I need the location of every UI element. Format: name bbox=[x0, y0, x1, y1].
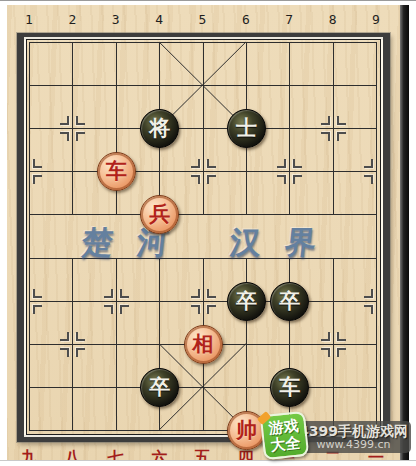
point-mark bbox=[120, 305, 129, 314]
grid-line bbox=[376, 42, 377, 430]
point-mark bbox=[293, 159, 302, 168]
top-edge-line bbox=[0, 0, 416, 1]
point-mark bbox=[207, 159, 216, 168]
point-mark bbox=[337, 332, 346, 341]
file-label-top-2: 2 bbox=[62, 12, 82, 27]
watermark-logo: 游戏 大全 bbox=[260, 411, 309, 460]
point-mark bbox=[277, 175, 286, 184]
point-mark bbox=[337, 348, 346, 357]
point-mark bbox=[76, 116, 85, 125]
piece-black-chariot[interactable]: 车 bbox=[270, 368, 309, 407]
point-mark bbox=[191, 305, 200, 314]
point-mark bbox=[364, 159, 373, 168]
xiangqi-puzzle-screenshot: 楚河 汉界 123456789 九八七六五四三二一 将士车兵卒卒相卒车帅 439… bbox=[0, 0, 416, 466]
board-side-edge bbox=[400, 5, 409, 461]
piece-black-advisor[interactable]: 士 bbox=[227, 109, 266, 148]
point-mark bbox=[191, 175, 200, 184]
file-label-top-7: 7 bbox=[279, 12, 299, 27]
point-mark bbox=[207, 175, 216, 184]
grid-line bbox=[29, 42, 30, 430]
point-mark bbox=[60, 332, 69, 341]
point-mark bbox=[207, 289, 216, 298]
file-label-top-4: 4 bbox=[149, 12, 169, 27]
point-mark bbox=[337, 116, 346, 125]
point-mark bbox=[60, 132, 69, 141]
point-mark bbox=[321, 116, 330, 125]
board-wood-panel: 楚河 汉界 123456789 九八七六五四三二一 将士车兵卒卒相卒车帅 bbox=[7, 5, 400, 461]
watermark-banner: 4399手机游戏网 www.4399.cn bbox=[296, 421, 411, 453]
grid-line bbox=[289, 42, 290, 214]
point-mark bbox=[120, 289, 129, 298]
point-mark bbox=[321, 348, 330, 357]
point-mark bbox=[60, 116, 69, 125]
point-mark bbox=[104, 289, 113, 298]
watermark-site-url: www.4399.cn bbox=[317, 439, 391, 451]
grid-line bbox=[72, 258, 73, 430]
point-mark bbox=[104, 305, 113, 314]
point-mark bbox=[33, 305, 42, 314]
grid-line bbox=[333, 42, 334, 214]
file-label-top-9: 9 bbox=[366, 12, 386, 27]
grid-line bbox=[333, 258, 334, 430]
river-text-chu-he: 楚河 bbox=[80, 222, 194, 264]
grid-line bbox=[29, 214, 376, 215]
point-mark bbox=[364, 289, 373, 298]
point-mark bbox=[364, 175, 373, 184]
point-mark bbox=[191, 289, 200, 298]
piece-black-soldier[interactable]: 卒 bbox=[270, 282, 309, 321]
grid-line bbox=[72, 42, 73, 214]
point-mark bbox=[293, 175, 302, 184]
point-mark bbox=[321, 332, 330, 341]
point-mark bbox=[33, 175, 42, 184]
grid-line bbox=[116, 258, 117, 430]
piece-red-chariot[interactable]: 车 bbox=[97, 152, 136, 191]
point-mark bbox=[191, 159, 200, 168]
point-mark bbox=[33, 289, 42, 298]
point-mark bbox=[76, 348, 85, 357]
point-mark bbox=[76, 132, 85, 141]
watermark-logo-line2: 大全 bbox=[270, 434, 302, 454]
bottom-edge-line bbox=[0, 460, 416, 461]
point-mark bbox=[207, 305, 216, 314]
watermark-site-name: 4399手机游戏网 bbox=[299, 423, 408, 439]
point-mark bbox=[33, 159, 42, 168]
file-label-top-3: 3 bbox=[106, 12, 126, 27]
grid-line bbox=[203, 42, 204, 214]
point-mark bbox=[76, 332, 85, 341]
file-label-top-5: 5 bbox=[193, 12, 213, 27]
file-label-top-1: 1 bbox=[19, 12, 39, 27]
point-mark bbox=[364, 305, 373, 314]
piece-black-soldier[interactable]: 卒 bbox=[227, 282, 266, 321]
point-mark bbox=[60, 348, 69, 357]
point-mark bbox=[321, 132, 330, 141]
piece-red-elephant[interactable]: 相 bbox=[184, 325, 223, 364]
point-mark bbox=[277, 159, 286, 168]
piece-black-soldier[interactable]: 卒 bbox=[140, 368, 179, 407]
file-label-top-8: 8 bbox=[323, 12, 343, 27]
river-text-han-jie: 汉界 bbox=[228, 222, 342, 264]
file-label-top-6: 6 bbox=[236, 12, 256, 27]
point-mark bbox=[337, 132, 346, 141]
